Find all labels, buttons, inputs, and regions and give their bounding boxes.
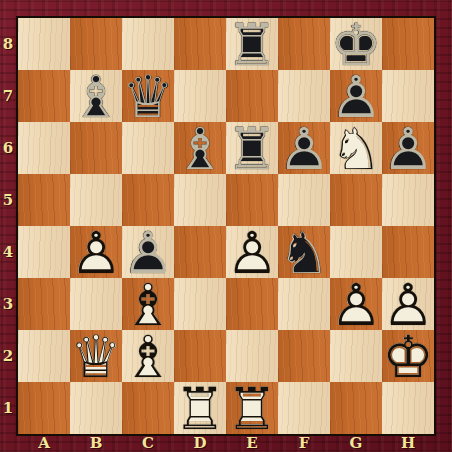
piece-outline-glyph: ♗	[122, 331, 174, 383]
piece-white-bishop[interactable]: ♝♗	[122, 330, 174, 382]
piece-outline-glyph: ♖	[226, 383, 278, 435]
file-labels: A B C D E F G H	[18, 434, 434, 452]
square-f6[interactable]: ♟♙	[278, 122, 330, 174]
square-f1[interactable]	[278, 382, 330, 434]
piece-outline-glyph: ♙	[278, 123, 330, 175]
square-a2[interactable]	[18, 330, 70, 382]
square-c6[interactable]	[122, 122, 174, 174]
piece-outline-glyph: ♕	[70, 331, 122, 383]
square-h1[interactable]	[382, 382, 434, 434]
square-d4[interactable]	[174, 226, 226, 278]
square-a6[interactable]	[18, 122, 70, 174]
square-e3[interactable]	[226, 278, 278, 330]
file-label-d: D	[174, 434, 226, 452]
piece-white-pawn[interactable]: ♟♙	[226, 226, 278, 278]
piece-outline-glyph: ♙	[330, 279, 382, 331]
piece-outline-glyph: ♙	[70, 227, 122, 279]
piece-black-queen[interactable]: ♛♕	[122, 70, 174, 122]
piece-outline-glyph: ♖	[174, 383, 226, 435]
piece-black-rook[interactable]: ♜♖	[226, 18, 278, 70]
piece-outline-glyph: ♖	[226, 19, 278, 71]
piece-black-bishop[interactable]: ♝♗	[70, 70, 122, 122]
square-h2[interactable]: ♚♔	[382, 330, 434, 382]
file-label-a: A	[18, 434, 70, 452]
rank-label-6: 6	[0, 122, 16, 174]
piece-black-knight[interactable]: ♞♘	[278, 226, 330, 278]
square-h6[interactable]: ♟♙	[382, 122, 434, 174]
square-h8[interactable]	[382, 18, 434, 70]
rank-label-5: 5	[0, 174, 16, 226]
square-g1[interactable]	[330, 382, 382, 434]
piece-white-queen[interactable]: ♛♕	[70, 330, 122, 382]
square-e4[interactable]: ♟♙	[226, 226, 278, 278]
square-g3[interactable]: ♟♙	[330, 278, 382, 330]
rank-label-7: 7	[0, 70, 16, 122]
piece-outline-glyph: ♖	[226, 123, 278, 175]
square-a4[interactable]	[18, 226, 70, 278]
square-f2[interactable]	[278, 330, 330, 382]
square-e8[interactable]: ♜♖	[226, 18, 278, 70]
square-b2[interactable]: ♛♕	[70, 330, 122, 382]
square-g2[interactable]	[330, 330, 382, 382]
piece-black-bishop[interactable]: ♝♗	[174, 122, 226, 174]
piece-outline-glyph: ♙	[226, 227, 278, 279]
square-h5[interactable]	[382, 174, 434, 226]
square-b6[interactable]	[70, 122, 122, 174]
square-e6[interactable]: ♜♖	[226, 122, 278, 174]
square-b4[interactable]: ♟♙	[70, 226, 122, 278]
piece-outline-glyph: ♗	[174, 123, 226, 175]
square-f8[interactable]	[278, 18, 330, 70]
piece-black-pawn[interactable]: ♟♙	[278, 122, 330, 174]
square-d1[interactable]: ♜♖	[174, 382, 226, 434]
square-d8[interactable]	[174, 18, 226, 70]
piece-outline-glyph: ♗	[70, 71, 122, 123]
piece-outline-glyph: ♘	[330, 123, 382, 175]
square-a3[interactable]	[18, 278, 70, 330]
piece-outline-glyph: ♙	[382, 123, 434, 175]
square-a7[interactable]	[18, 70, 70, 122]
file-label-f: F	[278, 434, 330, 452]
file-label-g: G	[330, 434, 382, 452]
square-g6[interactable]: ♞♘	[330, 122, 382, 174]
square-b7[interactable]: ♝♗	[70, 70, 122, 122]
piece-outline-glyph: ♘	[278, 227, 330, 279]
rank-label-8: 8	[0, 18, 16, 70]
square-f3[interactable]	[278, 278, 330, 330]
square-e1[interactable]: ♜♖	[226, 382, 278, 434]
piece-white-rook[interactable]: ♜♖	[174, 382, 226, 434]
piece-white-knight[interactable]: ♞♘	[330, 122, 382, 174]
square-c7[interactable]: ♛♕	[122, 70, 174, 122]
square-a8[interactable]	[18, 18, 70, 70]
piece-white-rook[interactable]: ♜♖	[226, 382, 278, 434]
rank-label-1: 1	[0, 382, 16, 434]
square-d3[interactable]	[174, 278, 226, 330]
square-b1[interactable]	[70, 382, 122, 434]
square-c2[interactable]: ♝♗	[122, 330, 174, 382]
rank-label-2: 2	[0, 330, 16, 382]
rank-labels: 8 7 6 5 4 3 2 1	[0, 18, 16, 434]
piece-black-pawn[interactable]: ♟♙	[382, 122, 434, 174]
piece-black-rook[interactable]: ♜♖	[226, 122, 278, 174]
piece-white-king[interactable]: ♚♔	[382, 330, 434, 382]
file-label-c: C	[122, 434, 174, 452]
file-label-b: B	[70, 434, 122, 452]
square-d5[interactable]	[174, 174, 226, 226]
square-c1[interactable]	[122, 382, 174, 434]
piece-white-pawn[interactable]: ♟♙	[70, 226, 122, 278]
chess-board: ♜♖♚♔♝♗♛♕♟♙♝♗♜♖♟♙♞♘♟♙♟♙♟♙♟♙♞♘♝♗♟♙♟♙♛♕♝♗♚♔…	[16, 16, 436, 436]
rank-label-4: 4	[0, 226, 16, 278]
square-d6[interactable]: ♝♗	[174, 122, 226, 174]
piece-outline-glyph: ♔	[382, 331, 434, 383]
square-a5[interactable]	[18, 174, 70, 226]
chessboard-window: 8 7 6 5 4 3 2 1 ♜♖♚♔♝♗♛♕♟♙♝♗♜♖♟♙♞♘♟♙♟♙♟♙…	[0, 0, 452, 452]
piece-outline-glyph: ♕	[122, 71, 174, 123]
file-label-h: H	[382, 434, 434, 452]
file-label-e: E	[226, 434, 278, 452]
rank-label-3: 3	[0, 278, 16, 330]
square-f4[interactable]: ♞♘	[278, 226, 330, 278]
square-g5[interactable]	[330, 174, 382, 226]
piece-white-pawn[interactable]: ♟♙	[330, 278, 382, 330]
square-a1[interactable]	[18, 382, 70, 434]
